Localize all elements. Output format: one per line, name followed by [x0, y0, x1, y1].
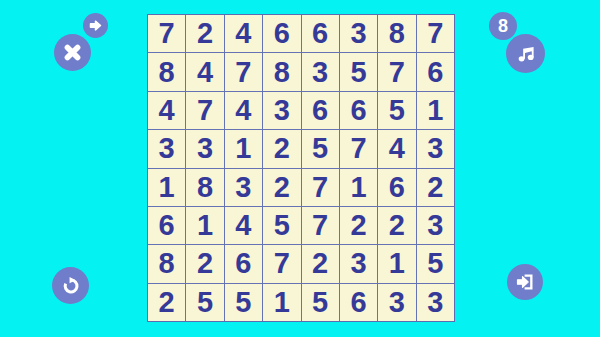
- grid-cell-r8c2[interactable]: 5: [186, 284, 223, 321]
- grid-cell-r2c1[interactable]: 8: [148, 53, 185, 90]
- grid-cell-r5c1[interactable]: 1: [148, 169, 185, 206]
- grid-cell-r5c7[interactable]: 6: [378, 169, 415, 206]
- grid-cell-r2c2[interactable]: 4: [186, 53, 223, 90]
- grid-cell-r4c8[interactable]: 3: [417, 130, 454, 167]
- counter-badge: 8: [489, 12, 517, 40]
- counter-value: 8: [498, 16, 508, 37]
- grid-cell-r4c5[interactable]: 5: [302, 130, 339, 167]
- grid-cell-r6c5[interactable]: 7: [302, 207, 339, 244]
- grid-cell-r3c5[interactable]: 6: [302, 92, 339, 129]
- grid-cell-r3c7[interactable]: 5: [378, 92, 415, 129]
- grid-cell-r6c6[interactable]: 2: [340, 207, 377, 244]
- grid-cell-r1c1[interactable]: 7: [148, 15, 185, 52]
- refresh-icon: [61, 276, 81, 296]
- grid-cell-r8c6[interactable]: 6: [340, 284, 377, 321]
- grid-cell-r7c6[interactable]: 3: [340, 245, 377, 282]
- grid-cell-r7c5[interactable]: 2: [302, 245, 339, 282]
- grid-cell-r4c2[interactable]: 3: [186, 130, 223, 167]
- grid-cell-r3c6[interactable]: 6: [340, 92, 377, 129]
- grid-cell-r4c1[interactable]: 3: [148, 130, 185, 167]
- grid-cell-r3c2[interactable]: 7: [186, 92, 223, 129]
- exit-button[interactable]: [507, 264, 543, 300]
- grid-cell-r6c2[interactable]: 1: [186, 207, 223, 244]
- close-icon: [62, 42, 83, 63]
- grid-cell-r5c3[interactable]: 3: [225, 169, 262, 206]
- grid-cell-r7c3[interactable]: 6: [225, 245, 262, 282]
- music-note-icon: [515, 43, 537, 65]
- grid-cell-r2c7[interactable]: 7: [378, 53, 415, 90]
- grid-cell-r8c3[interactable]: 5: [225, 284, 262, 321]
- grid-cell-r6c4[interactable]: 5: [263, 207, 300, 244]
- grid-cell-r8c4[interactable]: 1: [263, 284, 300, 321]
- grid-cell-r2c3[interactable]: 7: [225, 53, 262, 90]
- grid-cell-r4c3[interactable]: 1: [225, 130, 262, 167]
- grid-cell-r1c2[interactable]: 2: [186, 15, 223, 52]
- grid-cell-r8c8[interactable]: 3: [417, 284, 454, 321]
- grid-cell-r6c8[interactable]: 3: [417, 207, 454, 244]
- grid-cell-r1c6[interactable]: 3: [340, 15, 377, 52]
- grid-cell-r4c6[interactable]: 7: [340, 130, 377, 167]
- grid-cell-r3c8[interactable]: 1: [417, 92, 454, 129]
- game-screen: 7246638784783576474366513312574318327162…: [0, 0, 600, 337]
- grid-cell-r1c3[interactable]: 4: [225, 15, 262, 52]
- grid-cell-r1c5[interactable]: 6: [302, 15, 339, 52]
- grid-cell-r3c3[interactable]: 4: [225, 92, 262, 129]
- exit-door-icon: [515, 272, 535, 292]
- grid-cell-r6c3[interactable]: 4: [225, 207, 262, 244]
- grid-cell-r7c7[interactable]: 1: [378, 245, 415, 282]
- next-button[interactable]: [83, 13, 108, 38]
- grid-cell-r3c4[interactable]: 3: [263, 92, 300, 129]
- grid-cell-r2c8[interactable]: 6: [417, 53, 454, 90]
- grid-cell-r7c1[interactable]: 8: [148, 245, 185, 282]
- grid-cell-r2c4[interactable]: 8: [263, 53, 300, 90]
- grid-cell-r7c2[interactable]: 2: [186, 245, 223, 282]
- grid-cell-r1c8[interactable]: 7: [417, 15, 454, 52]
- grid-cell-r7c4[interactable]: 7: [263, 245, 300, 282]
- grid-cell-r8c1[interactable]: 2: [148, 284, 185, 321]
- arrow-right-icon: [88, 18, 103, 33]
- grid-cell-r5c6[interactable]: 1: [340, 169, 377, 206]
- grid-cell-r1c7[interactable]: 8: [378, 15, 415, 52]
- grid-cell-r6c1[interactable]: 6: [148, 207, 185, 244]
- grid-cell-r4c7[interactable]: 4: [378, 130, 415, 167]
- grid-cell-r6c7[interactable]: 2: [378, 207, 415, 244]
- close-button[interactable]: [54, 34, 91, 71]
- grid-cell-r5c8[interactable]: 2: [417, 169, 454, 206]
- grid-cell-r4c4[interactable]: 2: [263, 130, 300, 167]
- grid-cell-r8c5[interactable]: 5: [302, 284, 339, 321]
- grid-cell-r3c1[interactable]: 4: [148, 92, 185, 129]
- grid-cell-r8c7[interactable]: 3: [378, 284, 415, 321]
- grid-cell-r5c4[interactable]: 2: [263, 169, 300, 206]
- grid-cell-r1c4[interactable]: 6: [263, 15, 300, 52]
- grid-cell-r5c2[interactable]: 8: [186, 169, 223, 206]
- music-button[interactable]: [506, 34, 545, 73]
- grid-cell-r2c5[interactable]: 3: [302, 53, 339, 90]
- grid-cell-r2c6[interactable]: 5: [340, 53, 377, 90]
- number-grid: 7246638784783576474366513312574318327162…: [147, 14, 455, 322]
- restart-button[interactable]: [52, 267, 89, 304]
- grid-cell-r7c8[interactable]: 5: [417, 245, 454, 282]
- grid-cell-r5c5[interactable]: 7: [302, 169, 339, 206]
